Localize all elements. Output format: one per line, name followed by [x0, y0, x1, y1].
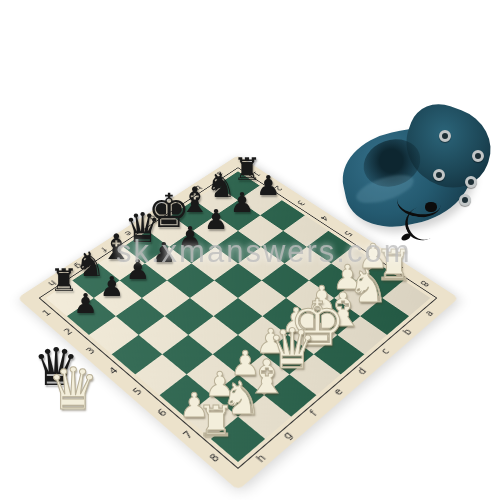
- grommet-icon: [472, 150, 484, 162]
- black-pawn-b2[interactable]: ♟: [230, 189, 255, 216]
- grommet-icon: [439, 130, 451, 142]
- white-rook-h8[interactable]: ♜: [197, 401, 235, 443]
- white-queen-spare[interactable]: ♛: [47, 360, 99, 418]
- black-pawn-a2[interactable]: ♟: [256, 172, 281, 199]
- product-photo-scene: abcdefgh hgfedcba 12345678 87654321 ♜♞♝♚…: [0, 0, 500, 500]
- watermark: sk.xmanswers.com: [116, 234, 412, 270]
- black-pawn-c2[interactable]: ♟: [204, 206, 229, 233]
- grommet-icon: [459, 194, 471, 206]
- black-pawn-h2[interactable]: ♟: [73, 289, 98, 316]
- piece-bag: [335, 108, 495, 253]
- cord-lock: [425, 202, 437, 212]
- grommet-icon: [433, 169, 445, 181]
- black-pawn-g2[interactable]: ♟: [99, 273, 124, 300]
- grommet-icon: [465, 176, 477, 188]
